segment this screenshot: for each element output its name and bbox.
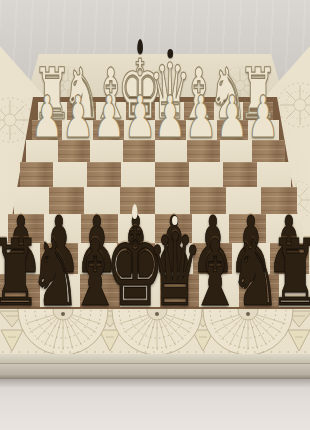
- pieces-layer: ♜♞♝♚♛♝♞♜♟♟♟♟♟♟♟♟♟♟♟♟♟♟♟♟♜♞♝♚♛♝♞♜: [0, 0, 310, 430]
- white-pawn-f2[interactable]: ♟: [93, 88, 125, 146]
- black-king-finial: [132, 204, 138, 219]
- white-pawn-g2[interactable]: ♟: [62, 88, 94, 146]
- black-rook-a8[interactable]: ♜: [269, 228, 310, 320]
- white-pawn-d2[interactable]: ♟: [154, 88, 186, 146]
- chess-set-photo: ♜♞♝♚♛♝♞♜♟♟♟♟♟♟♟♟♟♟♟♟♟♟♟♟♜♞♝♚♛♝♞♜: [0, 0, 310, 430]
- white-pawn-a2[interactable]: ♟: [247, 88, 279, 146]
- white-king-finial: [138, 39, 144, 54]
- white-pawn-b2[interactable]: ♟: [216, 88, 248, 146]
- white-pawn-c2[interactable]: ♟: [185, 88, 217, 146]
- black-queen-finial: [172, 216, 178, 225]
- white-queen-finial: [167, 49, 173, 58]
- white-pawn-e2[interactable]: ♟: [123, 88, 155, 146]
- white-pawn-h2[interactable]: ♟: [31, 88, 63, 146]
